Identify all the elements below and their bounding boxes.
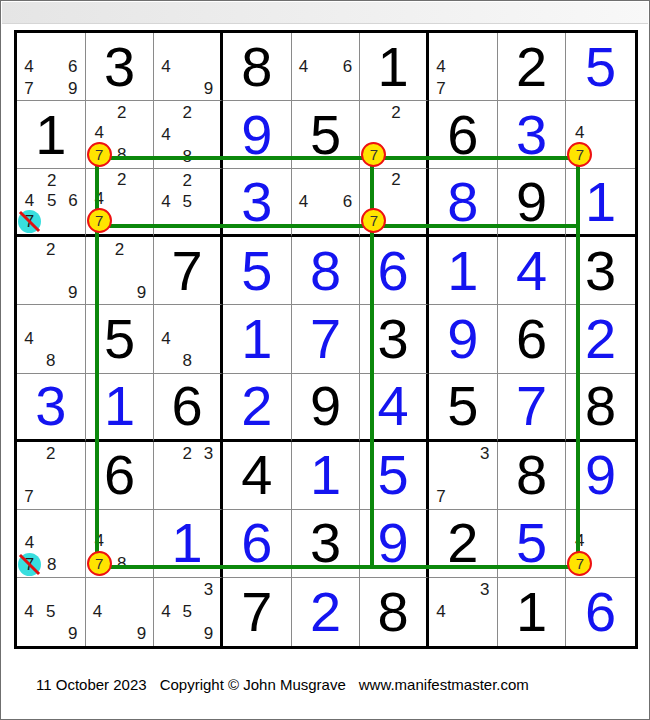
candidate-slot bbox=[613, 531, 634, 551]
candidate-slot bbox=[62, 170, 83, 190]
cell-r2c9[interactable]: 47 bbox=[566, 101, 635, 169]
eliminated-candidate-7[interactable]: 7 bbox=[18, 553, 41, 576]
candidate-slot: 7 bbox=[87, 142, 112, 167]
solved-digit: 3 bbox=[35, 378, 66, 434]
candidate-slot bbox=[40, 34, 62, 56]
candidate-slot bbox=[452, 601, 474, 623]
solved-digit: 8 bbox=[310, 243, 341, 299]
cell-r5c9[interactable]: 2 bbox=[566, 305, 635, 373]
candidate-slot bbox=[198, 350, 219, 372]
cell-r5c8[interactable]: 6 bbox=[498, 305, 567, 373]
cell-r7c8[interactable]: 8 bbox=[498, 442, 567, 510]
given-digit: 4 bbox=[241, 447, 272, 503]
candidate-grid: 2478 bbox=[87, 102, 153, 167]
cell-r1c8[interactable]: 2 bbox=[498, 33, 567, 101]
cell-r5c3[interactable]: 48 bbox=[154, 305, 223, 373]
candidate-slot bbox=[567, 511, 592, 531]
candidate-grid: 49 bbox=[87, 579, 153, 645]
chain-node-candidate-7[interactable]: 7 bbox=[87, 551, 112, 576]
candidate-4[interactable]: 4 bbox=[299, 193, 308, 210]
candidate-2[interactable]: 2 bbox=[182, 445, 191, 462]
candidate-grid: 459 bbox=[18, 579, 84, 645]
candidate-slot bbox=[87, 102, 112, 122]
candidate-9[interactable]: 9 bbox=[68, 284, 77, 301]
candidate-2[interactable]: 2 bbox=[391, 104, 400, 121]
cell-r9c5[interactable]: 2 bbox=[292, 578, 361, 646]
cell-r2c6[interactable]: 27 bbox=[360, 101, 429, 169]
cell-r1c3[interactable]: 49 bbox=[154, 33, 223, 101]
cell-r6c2[interactable]: 1 bbox=[86, 374, 155, 442]
candidate-4[interactable]: 4 bbox=[299, 58, 308, 75]
candidate-slot bbox=[177, 623, 198, 645]
cell-r7c2[interactable]: 6 bbox=[86, 442, 155, 510]
cell-r3c5[interactable]: 46 bbox=[292, 169, 361, 237]
candidate-slot: 8 bbox=[112, 142, 132, 167]
window-titlebar[interactable] bbox=[2, 2, 648, 24]
eliminated-candidate-7[interactable]: 7 bbox=[18, 210, 41, 233]
cell-r6c1[interactable]: 3 bbox=[17, 374, 86, 442]
candidate-3[interactable]: 3 bbox=[204, 581, 213, 598]
candidate-2[interactable]: 2 bbox=[117, 171, 126, 188]
candidate-slot bbox=[155, 306, 176, 328]
candidate-slot bbox=[198, 124, 219, 146]
candidate-3[interactable]: 3 bbox=[480, 445, 489, 462]
solved-digit: 6 bbox=[241, 515, 272, 571]
candidate-slot: 4 bbox=[87, 189, 112, 208]
cell-r7c9[interactable]: 9 bbox=[566, 442, 635, 510]
cell-r2c5[interactable]: 5 bbox=[292, 101, 361, 169]
candidate-slot bbox=[130, 601, 152, 623]
candidate-slot bbox=[315, 191, 337, 212]
candidate-slot: 2 bbox=[386, 102, 405, 122]
cell-r1c5[interactable]: 46 bbox=[292, 33, 361, 101]
candidate-slot bbox=[293, 212, 315, 233]
candidate-4[interactable]: 4 bbox=[436, 58, 445, 75]
cell-r5c5[interactable]: 7 bbox=[292, 305, 361, 373]
cell-r4c9[interactable]: 3 bbox=[566, 237, 635, 305]
given-digit: 8 bbox=[516, 447, 547, 503]
candidate-8[interactable]: 8 bbox=[117, 146, 126, 163]
chain-node-candidate-7[interactable]: 7 bbox=[87, 208, 112, 233]
candidate-slot bbox=[198, 486, 219, 508]
candidate-6[interactable]: 6 bbox=[343, 58, 352, 75]
candidate-slot bbox=[155, 579, 176, 601]
cell-r9c8[interactable]: 1 bbox=[498, 578, 567, 646]
cell-r4c2[interactable]: 29 bbox=[86, 237, 155, 305]
candidate-slot bbox=[198, 601, 219, 623]
cell-r5c7[interactable]: 9 bbox=[429, 305, 498, 373]
candidate-slot: 4 bbox=[155, 601, 176, 623]
cell-r8c3[interactable]: 1 bbox=[154, 510, 223, 578]
candidate-slot bbox=[87, 579, 109, 601]
candidate-slot: 4 bbox=[430, 56, 452, 78]
cell-r8c9[interactable]: 47 bbox=[566, 510, 635, 578]
cell-r9c9[interactable]: 6 bbox=[566, 578, 635, 646]
cell-r4c1[interactable]: 29 bbox=[17, 237, 86, 305]
candidate-slot bbox=[40, 282, 62, 304]
cell-r1c9[interactable]: 5 bbox=[566, 33, 635, 101]
cell-r4c7[interactable]: 1 bbox=[429, 237, 498, 305]
candidate-slot bbox=[112, 531, 132, 551]
candidate-slot bbox=[406, 170, 425, 189]
solved-digit: 9 bbox=[241, 107, 272, 163]
candidate-9[interactable]: 9 bbox=[204, 625, 213, 642]
cell-r2c4[interactable]: 9 bbox=[223, 101, 292, 169]
candidate-slot bbox=[155, 146, 176, 168]
candidate-4[interactable]: 4 bbox=[24, 330, 33, 347]
cell-r4c8[interactable]: 4 bbox=[498, 237, 567, 305]
candidate-slot bbox=[62, 443, 84, 465]
cell-r2c2[interactable]: 2478 bbox=[86, 101, 155, 169]
cell-r8c5[interactable]: 3 bbox=[292, 510, 361, 578]
cell-r7c3[interactable]: 23 bbox=[154, 442, 223, 510]
candidate-3[interactable]: 3 bbox=[480, 581, 489, 598]
cell-r9c7[interactable]: 34 bbox=[429, 578, 498, 646]
candidate-slot: 7 bbox=[430, 486, 452, 508]
cell-r4c5[interactable]: 8 bbox=[292, 237, 361, 305]
candidate-4[interactable]: 4 bbox=[94, 532, 103, 549]
cell-r8c8[interactable]: 5 bbox=[498, 510, 567, 578]
candidate-slot bbox=[41, 532, 62, 553]
candidate-slot bbox=[361, 122, 386, 142]
candidate-9[interactable]: 9 bbox=[68, 625, 77, 642]
candidate-8[interactable]: 8 bbox=[182, 352, 191, 369]
cell-r8c7[interactable]: 2 bbox=[429, 510, 498, 578]
candidate-slot: 5 bbox=[177, 601, 198, 623]
cell-r2c7[interactable]: 6 bbox=[429, 101, 498, 169]
candidate-grid: 48 bbox=[18, 306, 84, 371]
cell-r7c6[interactable]: 5 bbox=[360, 442, 429, 510]
candidate-slot: 7 bbox=[87, 208, 112, 233]
cell-r5c2[interactable]: 5 bbox=[86, 305, 155, 373]
candidate-slot bbox=[361, 102, 386, 122]
candidate-slot bbox=[361, 170, 386, 189]
candidate-4[interactable]: 4 bbox=[24, 603, 33, 620]
candidate-4[interactable]: 4 bbox=[93, 603, 102, 620]
candidate-slot bbox=[18, 282, 40, 304]
candidate-4[interactable]: 4 bbox=[161, 193, 170, 210]
candidate-2[interactable]: 2 bbox=[115, 241, 124, 258]
cell-r8c1[interactable]: 478 bbox=[17, 510, 86, 578]
candidate-grid: 29 bbox=[87, 238, 153, 303]
candidate-slot bbox=[474, 34, 496, 56]
candidate-grid: 478 bbox=[87, 511, 153, 576]
candidate-8[interactable]: 8 bbox=[117, 555, 126, 572]
given-digit: 8 bbox=[241, 39, 272, 95]
candidate-8[interactable]: 8 bbox=[47, 556, 56, 573]
cell-r9c6[interactable]: 8 bbox=[360, 578, 429, 646]
candidate-4[interactable]: 4 bbox=[161, 58, 170, 75]
candidate-8[interactable]: 8 bbox=[182, 148, 191, 165]
given-digit: 6 bbox=[104, 447, 135, 503]
candidate-4[interactable]: 4 bbox=[24, 58, 33, 75]
cell-r3c1[interactable]: 24567 bbox=[17, 169, 86, 237]
cell-r1c1[interactable]: 4679 bbox=[17, 33, 86, 101]
candidate-8[interactable]: 8 bbox=[46, 352, 55, 369]
cell-r1c7[interactable]: 47 bbox=[429, 33, 498, 101]
candidate-slot bbox=[62, 486, 84, 508]
cell-r1c2[interactable]: 3 bbox=[86, 33, 155, 101]
candidate-5[interactable]: 5 bbox=[182, 603, 191, 620]
candidate-slot bbox=[430, 34, 452, 56]
cell-r3c2[interactable]: 247 bbox=[86, 169, 155, 237]
candidate-grid: 245 bbox=[155, 170, 219, 233]
cell-r3c3[interactable]: 245 bbox=[154, 169, 223, 237]
candidate-slot bbox=[592, 122, 613, 142]
candidate-4[interactable]: 4 bbox=[161, 330, 170, 347]
chain-node-candidate-7[interactable]: 7 bbox=[567, 551, 592, 576]
solved-digit: 2 bbox=[585, 311, 616, 367]
candidate-slot: 9 bbox=[62, 77, 84, 99]
footer-website[interactable]: www.manifestmaster.com bbox=[359, 676, 529, 693]
candidate-slot bbox=[132, 170, 152, 189]
candidate-2[interactable]: 2 bbox=[117, 104, 126, 121]
candidate-4[interactable]: 4 bbox=[161, 126, 170, 143]
candidate-2[interactable]: 2 bbox=[391, 171, 400, 188]
candidate-slot bbox=[315, 170, 337, 191]
cell-r2c8[interactable]: 3 bbox=[498, 101, 567, 169]
cell-r2c1[interactable]: 1 bbox=[17, 101, 86, 169]
candidate-slot bbox=[386, 122, 405, 142]
candidate-slot: 2 bbox=[177, 443, 198, 465]
candidate-7[interactable]: 7 bbox=[436, 488, 445, 505]
candidate-slot: 2 bbox=[40, 443, 62, 465]
solved-digit: 1 bbox=[104, 378, 135, 434]
candidate-slot bbox=[430, 579, 452, 601]
candidate-slot: 4 bbox=[293, 56, 315, 78]
candidate-9[interactable]: 9 bbox=[68, 80, 77, 97]
candidate-slot bbox=[474, 623, 496, 645]
cell-r2c3[interactable]: 248 bbox=[154, 101, 223, 169]
candidate-7[interactable]: 7 bbox=[24, 80, 33, 97]
solved-digit: 2 bbox=[310, 584, 341, 640]
cell-r4c6[interactable]: 6 bbox=[360, 237, 429, 305]
candidate-slot bbox=[62, 601, 84, 623]
chain-node-candidate-7[interactable]: 7 bbox=[361, 142, 386, 167]
candidate-slot bbox=[62, 328, 84, 350]
cell-r6c9[interactable]: 8 bbox=[566, 374, 635, 442]
candidate-6[interactable]: 6 bbox=[68, 192, 77, 209]
cell-r8c6[interactable]: 9 bbox=[360, 510, 429, 578]
cell-r6c4[interactable]: 2 bbox=[223, 374, 292, 442]
cell-r6c8[interactable]: 7 bbox=[498, 374, 567, 442]
cell-r6c7[interactable]: 5 bbox=[429, 374, 498, 442]
candidate-slot bbox=[386, 142, 405, 167]
candidate-9[interactable]: 9 bbox=[137, 625, 146, 642]
cell-r9c1[interactable]: 459 bbox=[17, 578, 86, 646]
candidate-slot bbox=[109, 282, 131, 304]
cell-r3c9[interactable]: 1 bbox=[566, 169, 635, 237]
cell-r9c3[interactable]: 3459 bbox=[154, 578, 223, 646]
candidate-2[interactable]: 2 bbox=[47, 172, 56, 189]
candidate-slot bbox=[112, 208, 132, 233]
candidate-grid: 247 bbox=[87, 170, 153, 233]
candidate-4[interactable]: 4 bbox=[25, 192, 34, 209]
candidate-2[interactable]: 2 bbox=[46, 241, 55, 258]
candidate-grid: 24567 bbox=[18, 170, 84, 233]
candidate-4[interactable]: 4 bbox=[94, 124, 103, 141]
candidate-slot bbox=[406, 142, 425, 167]
candidate-4[interactable]: 4 bbox=[161, 603, 170, 620]
candidate-6[interactable]: 6 bbox=[343, 193, 352, 210]
candidate-4[interactable]: 4 bbox=[575, 532, 584, 549]
candidate-grid: 49 bbox=[155, 34, 219, 99]
candidate-slot: 9 bbox=[130, 282, 152, 304]
chain-node-candidate-7[interactable]: 7 bbox=[361, 208, 386, 233]
candidate-slot bbox=[18, 443, 40, 465]
candidate-slot: 7 bbox=[18, 553, 41, 576]
candidate-slot: 9 bbox=[198, 77, 219, 99]
cell-r3c4[interactable]: 3 bbox=[223, 169, 292, 237]
cell-r6c3[interactable]: 6 bbox=[154, 374, 223, 442]
candidate-slot: 2 bbox=[112, 170, 132, 189]
cell-r1c4[interactable]: 8 bbox=[223, 33, 292, 101]
candidate-slot bbox=[613, 551, 634, 576]
candidate-2[interactable]: 2 bbox=[182, 104, 191, 121]
candidate-slot: 9 bbox=[62, 623, 84, 645]
candidate-slot bbox=[177, 306, 198, 328]
candidate-slot: 4 bbox=[87, 601, 109, 623]
candidate-slot bbox=[112, 511, 132, 531]
candidate-4[interactable]: 4 bbox=[436, 603, 445, 620]
candidate-slot bbox=[18, 464, 40, 486]
candidate-slot: 7 bbox=[361, 142, 386, 167]
candidate-slot bbox=[62, 238, 84, 260]
candidate-5[interactable]: 5 bbox=[46, 603, 55, 620]
candidate-slot bbox=[474, 56, 496, 78]
solved-digit: 9 bbox=[447, 311, 478, 367]
candidate-slot bbox=[452, 623, 474, 645]
given-digit: 9 bbox=[516, 174, 547, 230]
cell-r7c1[interactable]: 27 bbox=[17, 442, 86, 510]
candidate-slot bbox=[198, 102, 219, 124]
candidate-slot bbox=[613, 102, 634, 122]
candidate-slot bbox=[41, 210, 62, 233]
cell-r6c6[interactable]: 4 bbox=[360, 374, 429, 442]
candidate-slot: 2 bbox=[41, 170, 62, 190]
candidate-grid: 46 bbox=[293, 34, 359, 99]
candidate-slot bbox=[592, 531, 613, 551]
candidate-slot bbox=[132, 531, 152, 551]
candidate-slot bbox=[452, 443, 474, 465]
candidate-slot bbox=[155, 102, 176, 124]
candidate-slot bbox=[361, 189, 386, 208]
cell-r9c4[interactable]: 7 bbox=[223, 578, 292, 646]
cell-r9c2[interactable]: 49 bbox=[86, 578, 155, 646]
candidate-slot: 2 bbox=[40, 238, 62, 260]
candidate-slot bbox=[109, 579, 131, 601]
candidate-grid: 248 bbox=[155, 102, 219, 167]
candidate-4[interactable]: 4 bbox=[94, 190, 103, 207]
candidate-9[interactable]: 9 bbox=[137, 284, 146, 301]
candidate-2[interactable]: 2 bbox=[182, 172, 191, 189]
candidate-4[interactable]: 4 bbox=[575, 124, 584, 141]
candidate-slot bbox=[62, 260, 84, 282]
candidate-7[interactable]: 7 bbox=[24, 488, 33, 505]
candidate-slot bbox=[198, 34, 219, 56]
solved-digit: 6 bbox=[378, 243, 409, 299]
given-digit: 1 bbox=[516, 584, 547, 640]
candidate-9[interactable]: 9 bbox=[204, 80, 213, 97]
given-digit: 3 bbox=[104, 39, 135, 95]
candidate-6[interactable]: 6 bbox=[68, 58, 77, 75]
candidate-slot bbox=[41, 511, 62, 532]
candidate-slot bbox=[155, 350, 176, 372]
candidate-slot bbox=[592, 511, 613, 531]
cell-r4c4[interactable]: 5 bbox=[223, 237, 292, 305]
candidate-7[interactable]: 7 bbox=[436, 80, 445, 97]
candidate-slot: 4 bbox=[293, 191, 315, 212]
candidate-slot bbox=[430, 623, 452, 645]
candidate-4[interactable]: 4 bbox=[25, 534, 34, 551]
candidate-slot bbox=[155, 212, 176, 233]
cell-r7c4[interactable]: 4 bbox=[223, 442, 292, 510]
cell-r3c7[interactable]: 8 bbox=[429, 169, 498, 237]
candidate-grid: 46 bbox=[293, 170, 359, 233]
candidate-slot: 4 bbox=[155, 328, 176, 350]
given-digit: 8 bbox=[585, 378, 616, 434]
candidate-slot: 4 bbox=[430, 601, 452, 623]
candidate-2[interactable]: 2 bbox=[46, 445, 55, 462]
candidate-slot bbox=[109, 260, 131, 282]
cell-r3c6[interactable]: 27 bbox=[360, 169, 429, 237]
candidate-grid: 27 bbox=[361, 102, 425, 167]
candidate-slot: 4 bbox=[87, 531, 112, 551]
candidate-slot bbox=[177, 579, 198, 601]
candidate-5[interactable]: 5 bbox=[47, 192, 56, 209]
cell-r8c2[interactable]: 478 bbox=[86, 510, 155, 578]
cell-r4c3[interactable]: 7 bbox=[154, 237, 223, 305]
cell-r1c6[interactable]: 1 bbox=[360, 33, 429, 101]
candidate-grid: 29 bbox=[18, 238, 84, 303]
candidate-slot bbox=[18, 511, 41, 532]
cell-r5c6[interactable]: 3 bbox=[360, 305, 429, 373]
candidate-slot bbox=[132, 122, 152, 142]
candidate-grid: 34 bbox=[430, 579, 496, 645]
cell-r5c1[interactable]: 48 bbox=[17, 305, 86, 373]
cell-r6c5[interactable]: 9 bbox=[292, 374, 361, 442]
given-digit: 8 bbox=[378, 584, 409, 640]
cell-r7c7[interactable]: 37 bbox=[429, 442, 498, 510]
candidate-slot: 5 bbox=[40, 601, 62, 623]
cell-r8c4[interactable]: 6 bbox=[223, 510, 292, 578]
candidate-grid: 47 bbox=[567, 102, 634, 167]
candidate-slot bbox=[40, 77, 62, 99]
solved-digit: 2 bbox=[241, 378, 272, 434]
candidate-slot bbox=[132, 551, 152, 576]
candidate-5[interactable]: 5 bbox=[182, 193, 191, 210]
cell-r7c5[interactable]: 1 bbox=[292, 442, 361, 510]
candidate-slot bbox=[112, 189, 132, 208]
cell-r5c4[interactable]: 1 bbox=[223, 305, 292, 373]
candidate-slot bbox=[198, 56, 219, 78]
candidate-slot bbox=[613, 142, 634, 167]
chain-node-candidate-7[interactable]: 7 bbox=[87, 142, 112, 167]
candidate-slot: 9 bbox=[62, 282, 84, 304]
candidate-3[interactable]: 3 bbox=[204, 445, 213, 462]
candidate-slot: 8 bbox=[40, 350, 62, 372]
candidate-slot bbox=[132, 511, 152, 531]
candidate-slot: 4 bbox=[18, 601, 40, 623]
solved-digit: 8 bbox=[447, 174, 478, 230]
candidate-slot: 9 bbox=[130, 623, 152, 645]
solved-digit: 9 bbox=[585, 447, 616, 503]
chain-node-candidate-7[interactable]: 7 bbox=[567, 142, 592, 167]
candidate-slot bbox=[474, 77, 496, 99]
solved-digit: 9 bbox=[378, 515, 409, 571]
candidate-slot bbox=[613, 511, 634, 531]
cell-r3c8[interactable]: 9 bbox=[498, 169, 567, 237]
